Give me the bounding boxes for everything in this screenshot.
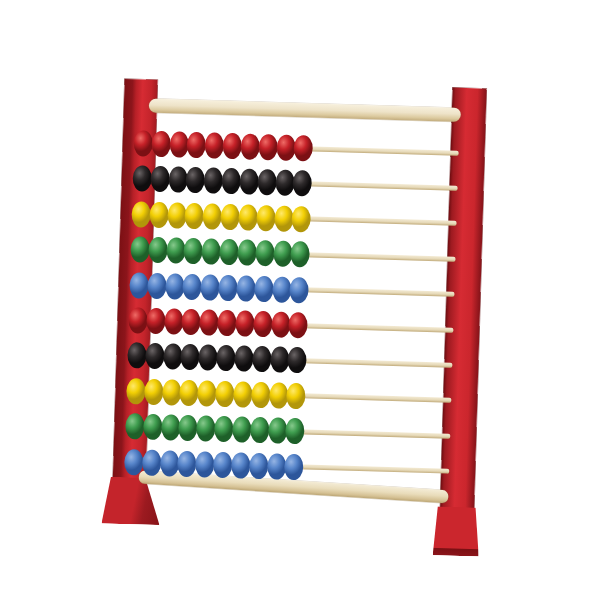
bead-black[interactable] bbox=[168, 167, 188, 194]
bead-yellow[interactable] bbox=[238, 204, 258, 231]
bead-yellow[interactable] bbox=[131, 201, 151, 228]
bead-red[interactable] bbox=[199, 309, 219, 336]
bead-red[interactable] bbox=[217, 310, 237, 337]
bead-black[interactable] bbox=[216, 345, 236, 372]
bead-blue[interactable] bbox=[284, 453, 304, 480]
bead-blue[interactable] bbox=[289, 276, 309, 303]
bead-row-green bbox=[130, 236, 309, 267]
bead-green[interactable] bbox=[166, 237, 186, 264]
bead-yellow[interactable] bbox=[185, 203, 205, 230]
bead-red[interactable] bbox=[288, 312, 308, 339]
bead-row-yellow bbox=[131, 201, 310, 232]
bead-black[interactable] bbox=[181, 344, 201, 371]
bead-green[interactable] bbox=[219, 239, 239, 266]
bead-blue[interactable] bbox=[249, 452, 269, 479]
bead-yellow[interactable] bbox=[286, 383, 306, 410]
bead-blue[interactable] bbox=[177, 450, 197, 477]
bead-black[interactable] bbox=[127, 342, 147, 369]
bead-black[interactable] bbox=[252, 346, 272, 373]
bead-red[interactable] bbox=[240, 133, 260, 160]
bead-black[interactable] bbox=[270, 347, 290, 374]
bead-green[interactable] bbox=[273, 241, 293, 268]
bead-yellow[interactable] bbox=[197, 380, 217, 407]
bead-yellow[interactable] bbox=[215, 381, 235, 408]
bead-blue[interactable] bbox=[231, 452, 251, 479]
bead-red[interactable] bbox=[164, 308, 184, 335]
bead-red[interactable] bbox=[128, 307, 148, 334]
abacus-photo bbox=[0, 0, 600, 600]
bead-green[interactable] bbox=[290, 241, 310, 268]
bead-red[interactable] bbox=[133, 130, 153, 157]
bead-row-blue bbox=[129, 272, 308, 303]
bead-green[interactable] bbox=[184, 238, 204, 265]
bead-blue[interactable] bbox=[272, 276, 292, 303]
bead-yellow[interactable] bbox=[274, 205, 294, 232]
bead-red[interactable] bbox=[205, 132, 225, 159]
bead-green[interactable] bbox=[250, 417, 270, 444]
bead-yellow[interactable] bbox=[162, 379, 182, 406]
bead-row-yellow bbox=[126, 378, 305, 409]
bead-black[interactable] bbox=[132, 166, 152, 193]
bead-rows bbox=[80, 68, 495, 580]
bead-black[interactable] bbox=[239, 169, 259, 196]
bead-yellow[interactable] bbox=[126, 378, 146, 405]
bead-yellow[interactable] bbox=[179, 379, 199, 406]
bead-blue[interactable] bbox=[147, 272, 167, 299]
bead-blue[interactable] bbox=[165, 273, 185, 300]
bead-blue[interactable] bbox=[218, 274, 238, 301]
bead-green[interactable] bbox=[161, 414, 181, 441]
bead-green[interactable] bbox=[237, 240, 257, 267]
bead-black[interactable] bbox=[186, 167, 206, 194]
bead-red[interactable] bbox=[271, 311, 291, 338]
bead-green[interactable] bbox=[125, 413, 145, 440]
bead-red[interactable] bbox=[187, 132, 207, 159]
bead-blue[interactable] bbox=[195, 451, 215, 478]
bead-blue[interactable] bbox=[213, 451, 233, 478]
bead-yellow[interactable] bbox=[203, 203, 223, 230]
bead-black[interactable] bbox=[257, 169, 277, 196]
bead-row-red bbox=[133, 130, 312, 161]
bead-blue[interactable] bbox=[266, 453, 286, 480]
bead-green[interactable] bbox=[130, 236, 150, 263]
bead-black[interactable] bbox=[163, 344, 183, 371]
bead-blue[interactable] bbox=[124, 449, 144, 476]
bead-red[interactable] bbox=[235, 310, 255, 337]
bead-blue[interactable] bbox=[200, 274, 220, 301]
bead-blue[interactable] bbox=[142, 449, 162, 476]
bead-blue[interactable] bbox=[183, 273, 203, 300]
bead-black[interactable] bbox=[221, 168, 241, 195]
bead-black[interactable] bbox=[275, 170, 295, 197]
bead-black[interactable] bbox=[150, 166, 170, 193]
bead-red[interactable] bbox=[222, 133, 242, 160]
bead-green[interactable] bbox=[232, 416, 252, 443]
bead-row-black bbox=[132, 166, 311, 197]
bead-green[interactable] bbox=[196, 415, 216, 442]
bead-yellow[interactable] bbox=[220, 204, 240, 231]
bead-yellow[interactable] bbox=[251, 382, 271, 409]
bead-red[interactable] bbox=[253, 311, 273, 338]
bead-yellow[interactable] bbox=[233, 381, 253, 408]
bead-yellow[interactable] bbox=[268, 382, 288, 409]
bead-row-red bbox=[128, 307, 307, 338]
bead-row-blue bbox=[124, 449, 303, 480]
bead-blue[interactable] bbox=[236, 275, 256, 302]
bead-blue[interactable] bbox=[129, 272, 149, 299]
bead-row-green bbox=[125, 413, 304, 444]
bead-green[interactable] bbox=[201, 238, 221, 265]
bead-red[interactable] bbox=[146, 308, 166, 335]
bead-green[interactable] bbox=[267, 417, 287, 444]
bead-yellow[interactable] bbox=[292, 206, 312, 233]
bead-black[interactable] bbox=[145, 343, 165, 370]
bead-green[interactable] bbox=[143, 414, 163, 441]
bead-yellow[interactable] bbox=[167, 202, 187, 229]
bead-green[interactable] bbox=[285, 418, 305, 445]
bead-yellow[interactable] bbox=[256, 205, 276, 232]
bead-red[interactable] bbox=[294, 135, 314, 162]
bead-black[interactable] bbox=[204, 168, 224, 195]
bead-green[interactable] bbox=[255, 240, 275, 267]
abacus-frame bbox=[80, 68, 495, 580]
bead-red[interactable] bbox=[169, 131, 189, 158]
bead-black[interactable] bbox=[287, 347, 307, 374]
bead-black[interactable] bbox=[198, 345, 218, 372]
bead-red[interactable] bbox=[182, 309, 202, 336]
bead-red[interactable] bbox=[258, 134, 278, 161]
bead-green[interactable] bbox=[148, 237, 168, 264]
bead-red[interactable] bbox=[151, 131, 171, 158]
bead-row-black bbox=[127, 342, 306, 373]
bead-green[interactable] bbox=[178, 415, 198, 442]
bead-blue[interactable] bbox=[254, 275, 274, 302]
bead-green[interactable] bbox=[214, 416, 234, 443]
bead-yellow[interactable] bbox=[144, 378, 164, 405]
bead-yellow[interactable] bbox=[149, 201, 169, 228]
bead-blue[interactable] bbox=[160, 450, 180, 477]
bead-black[interactable] bbox=[293, 170, 313, 197]
bead-black[interactable] bbox=[234, 346, 254, 373]
bead-red[interactable] bbox=[276, 134, 296, 161]
